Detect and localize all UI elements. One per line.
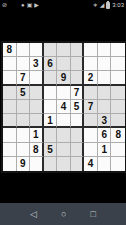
- sudoku-cell-r1c6[interactable]: [71, 43, 85, 57]
- sudoku-cell-r3c3[interactable]: [30, 71, 44, 85]
- sudoku-cell-r6c9[interactable]: [111, 114, 125, 128]
- sudoku-cell-r2c9[interactable]: [111, 57, 125, 71]
- sudoku-cell-r4c5[interactable]: [57, 86, 71, 100]
- sudoku-cell-r2c1[interactable]: [3, 57, 17, 71]
- sudoku-cell-r9c6[interactable]: [71, 157, 85, 171]
- sudoku-cell-r8c3[interactable]: 8: [30, 143, 44, 157]
- sudoku-cell-r9c3[interactable]: [30, 157, 44, 171]
- status-system-icons: ∗ ◢ 3:03: [93, 0, 126, 10]
- status-bar: ⊘ ● ▣ ▶ ∗ ◢ 3:03: [0, 0, 126, 10]
- sudoku-cell-r3c5[interactable]: 9: [57, 71, 71, 85]
- sudoku-cell-r6c6[interactable]: [71, 114, 85, 128]
- sudoku-cell-r7c5[interactable]: [57, 128, 71, 142]
- status-clock: 3:03: [112, 0, 124, 10]
- sudoku-cell-r5c9[interactable]: [111, 100, 125, 114]
- sudoku-cell-r6c5[interactable]: [57, 114, 71, 128]
- sudoku-cell-r6c7[interactable]: [84, 114, 98, 128]
- sudoku-cell-r3c8[interactable]: [98, 71, 112, 85]
- sudoku-cell-r9c9[interactable]: [111, 157, 125, 171]
- sudoku-cell-r4c9[interactable]: [111, 86, 125, 100]
- sudoku-cell-r1c4[interactable]: [44, 43, 58, 57]
- android-nav-bar: ◁ ○ □: [0, 203, 126, 225]
- alarm-icon: ⊘: [2, 0, 7, 10]
- sudoku-cell-r7c2[interactable]: [17, 128, 31, 142]
- sudoku-cell-r9c4[interactable]: [44, 157, 58, 171]
- back-button[interactable]: ◁: [30, 203, 37, 225]
- sudoku-cell-r4c7[interactable]: [84, 86, 98, 100]
- sudoku-cell-r2c8[interactable]: [98, 57, 112, 71]
- sudoku-cell-r2c4[interactable]: 6: [44, 57, 58, 71]
- sudoku-cell-r4c3[interactable]: [30, 86, 44, 100]
- sudoku-cell-r4c2[interactable]: 5: [17, 86, 31, 100]
- sudoku-cell-r4c4[interactable]: [44, 86, 58, 100]
- sudoku-cell-r6c8[interactable]: 3: [98, 114, 112, 128]
- sudoku-cell-r1c8[interactable]: [98, 43, 112, 57]
- sudoku-cell-r3c9[interactable]: [111, 71, 125, 85]
- sudoku-cell-r5c4[interactable]: [44, 100, 58, 114]
- sudoku-cell-r5c8[interactable]: [98, 100, 112, 114]
- sudoku-cell-r2c3[interactable]: 3: [30, 57, 44, 71]
- sudoku-cell-r5c2[interactable]: [17, 100, 31, 114]
- sudoku-cell-r3c6[interactable]: [71, 71, 85, 85]
- sudoku-cell-r5c1[interactable]: [3, 100, 17, 114]
- sudoku-cell-r4c1[interactable]: [3, 86, 17, 100]
- sudoku-cell-r7c4[interactable]: [44, 128, 58, 142]
- sudoku-grid: 836792574571316885194: [3, 43, 125, 171]
- sudoku-board: 836792574571316885194: [1, 41, 126, 173]
- sudoku-cell-r5c5[interactable]: 4: [57, 100, 71, 114]
- sudoku-cell-r1c9[interactable]: [111, 43, 125, 57]
- sudoku-cell-r7c9[interactable]: 8: [111, 128, 125, 142]
- sudoku-cell-r1c3[interactable]: [30, 43, 44, 57]
- home-button[interactable]: ○: [61, 203, 66, 225]
- sudoku-cell-r3c7[interactable]: 2: [84, 71, 98, 85]
- sudoku-cell-r8c9[interactable]: [111, 143, 125, 157]
- sudoku-cell-r3c4[interactable]: [44, 71, 58, 85]
- sudoku-cell-r1c1[interactable]: 8: [3, 43, 17, 57]
- chrome-icon: ●: [21, 0, 25, 10]
- signal-icon: ◢: [100, 0, 105, 10]
- bluetooth-icon: ∗: [93, 0, 98, 10]
- recents-button[interactable]: □: [91, 203, 96, 225]
- status-notification-icons: ⊘ ● ▣ ▶: [0, 0, 93, 10]
- sudoku-cell-r2c7[interactable]: [84, 57, 98, 71]
- sudoku-cell-r6c2[interactable]: [17, 114, 31, 128]
- sudoku-cell-r7c6[interactable]: [71, 128, 85, 142]
- battery-icon: [106, 2, 110, 9]
- sudoku-cell-r9c1[interactable]: [3, 157, 17, 171]
- sudoku-cell-r8c1[interactable]: [3, 143, 17, 157]
- sudoku-cell-r7c1[interactable]: [3, 128, 17, 142]
- sudoku-cell-r6c4[interactable]: 1: [44, 114, 58, 128]
- sudoku-cell-r1c5[interactable]: [57, 43, 71, 57]
- sudoku-cell-r8c7[interactable]: [84, 143, 98, 157]
- sudoku-cell-r6c1[interactable]: [3, 114, 17, 128]
- sudoku-cell-r7c7[interactable]: [84, 128, 98, 142]
- sudoku-cell-r2c6[interactable]: [71, 57, 85, 71]
- sudoku-cell-r1c7[interactable]: [84, 43, 98, 57]
- sudoku-cell-r2c5[interactable]: [57, 57, 71, 71]
- app-notification-icon: ▣: [27, 0, 33, 10]
- sudoku-cell-r8c4[interactable]: 5: [44, 143, 58, 157]
- sudoku-cell-r4c8[interactable]: [98, 86, 112, 100]
- sudoku-cell-r9c2[interactable]: 9: [17, 157, 31, 171]
- sudoku-cell-r7c8[interactable]: 6: [98, 128, 112, 142]
- sudoku-cell-r5c7[interactable]: 7: [84, 100, 98, 114]
- sudoku-cell-r5c3[interactable]: [30, 100, 44, 114]
- sudoku-cell-r9c8[interactable]: [98, 157, 112, 171]
- sudoku-cell-r3c1[interactable]: [3, 71, 17, 85]
- sudoku-cell-r9c5[interactable]: [57, 157, 71, 171]
- sudoku-cell-r8c8[interactable]: 1: [98, 143, 112, 157]
- play-icon: ▶: [34, 0, 39, 10]
- sudoku-cell-r4c6[interactable]: 7: [71, 86, 85, 100]
- sudoku-cell-r7c3[interactable]: 1: [30, 128, 44, 142]
- sudoku-cell-r8c2[interactable]: [17, 143, 31, 157]
- sudoku-cell-r3c2[interactable]: 7: [17, 71, 31, 85]
- sudoku-cell-r1c2[interactable]: [17, 43, 31, 57]
- sudoku-cell-r6c3[interactable]: [30, 114, 44, 128]
- sudoku-cell-r2c2[interactable]: [17, 57, 31, 71]
- sudoku-cell-r5c6[interactable]: 5: [71, 100, 85, 114]
- sudoku-cell-r8c6[interactable]: [71, 143, 85, 157]
- sudoku-cell-r9c7[interactable]: 4: [84, 157, 98, 171]
- sudoku-cell-r8c5[interactable]: [57, 143, 71, 157]
